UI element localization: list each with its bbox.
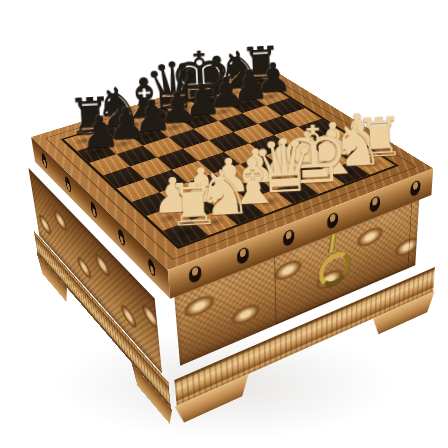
chess-piece-white-rook: ♜ [166, 179, 202, 234]
chess-piece-black-pawn: ♟ [80, 112, 112, 154]
product-photo-scene: ♜♞♝♛♚♝♞♜♟♟♟♟♟♟♟♟♟♟♟♟♟♟♟♟♜♞♝♛♚♝♞♜ [0, 0, 448, 448]
chess-box: ♜♞♝♛♚♝♞♜♟♟♟♟♟♟♟♟♟♟♟♟♟♟♟♟♜♞♝♛♚♝♞♜ [31, 65, 433, 270]
